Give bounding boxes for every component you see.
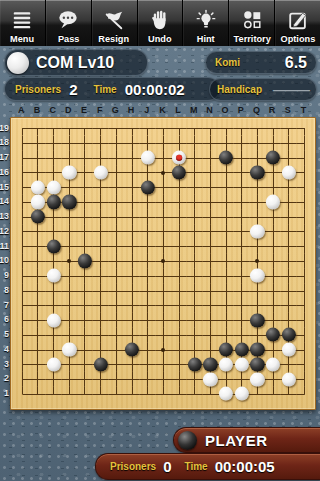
cell-R8[interactable] [265,284,281,299]
cell-C14[interactable] [46,195,62,210]
cell-M18[interactable] [187,136,203,151]
cell-E16[interactable] [77,166,93,181]
cell-B6[interactable] [30,313,46,328]
cell-H3[interactable] [124,357,140,372]
cell-K19[interactable] [156,121,172,136]
cell-E13[interactable] [77,210,93,225]
cell-K4[interactable] [156,343,172,358]
cell-O6[interactable] [218,313,234,328]
cell-H13[interactable] [124,210,140,225]
cell-B7[interactable] [30,298,46,313]
cell-L1[interactable] [171,387,187,402]
cell-A10[interactable] [15,254,31,269]
cell-N7[interactable] [203,298,219,313]
cell-O18[interactable] [218,136,234,151]
cell-T10[interactable] [297,254,313,269]
cell-O10[interactable] [218,254,234,269]
cell-B1[interactable] [30,387,46,402]
cell-G1[interactable] [109,387,125,402]
cell-A13[interactable] [15,210,31,225]
cell-K16[interactable] [156,166,172,181]
cell-C1[interactable] [46,387,62,402]
cell-H12[interactable] [124,225,140,240]
cell-A11[interactable] [15,239,31,254]
cell-D9[interactable] [62,269,78,284]
cell-G6[interactable] [109,313,125,328]
cell-S6[interactable] [281,313,297,328]
cell-F4[interactable] [93,343,109,358]
hint-button[interactable]: Hint [183,0,229,46]
cell-B16[interactable] [30,166,46,181]
cell-F13[interactable] [93,210,109,225]
cell-J15[interactable] [140,180,156,195]
cell-P10[interactable] [234,254,250,269]
cell-A18[interactable] [15,136,31,151]
cell-O17[interactable] [218,151,234,166]
cell-A6[interactable] [15,313,31,328]
cell-E5[interactable] [77,328,93,343]
cell-C19[interactable] [46,121,62,136]
cell-F17[interactable] [93,151,109,166]
cell-P8[interactable] [234,284,250,299]
cell-C10[interactable] [46,254,62,269]
cell-C3[interactable] [46,357,62,372]
cell-C5[interactable] [46,328,62,343]
cell-J4[interactable] [140,343,156,358]
cell-G15[interactable] [109,180,125,195]
cell-N19[interactable] [203,121,219,136]
cell-O3[interactable] [218,357,234,372]
cell-R3[interactable] [265,357,281,372]
cell-J3[interactable] [140,357,156,372]
cell-K5[interactable] [156,328,172,343]
cell-M2[interactable] [187,372,203,387]
cell-H15[interactable] [124,180,140,195]
cell-E14[interactable] [77,195,93,210]
cell-D13[interactable] [62,210,78,225]
cell-M5[interactable] [187,328,203,343]
cell-Q12[interactable] [250,225,266,240]
cell-M12[interactable] [187,225,203,240]
cell-D16[interactable] [62,166,78,181]
cell-J10[interactable] [140,254,156,269]
cell-M11[interactable] [187,239,203,254]
cell-N11[interactable] [203,239,219,254]
cell-N10[interactable] [203,254,219,269]
cell-D17[interactable] [62,151,78,166]
cell-G19[interactable] [109,121,125,136]
cell-O2[interactable] [218,372,234,387]
cell-B11[interactable] [30,239,46,254]
cell-C4[interactable] [46,343,62,358]
cell-E10[interactable] [77,254,93,269]
cell-Q9[interactable] [250,269,266,284]
cell-P1[interactable] [234,387,250,402]
cell-N2[interactable] [203,372,219,387]
cell-G13[interactable] [109,210,125,225]
cell-S17[interactable] [281,151,297,166]
cell-N9[interactable] [203,269,219,284]
cell-C7[interactable] [46,298,62,313]
cell-K7[interactable] [156,298,172,313]
cell-R7[interactable] [265,298,281,313]
cell-L7[interactable] [171,298,187,313]
cell-B18[interactable] [30,136,46,151]
cell-G10[interactable] [109,254,125,269]
cell-S13[interactable] [281,210,297,225]
cell-G9[interactable] [109,269,125,284]
cell-S7[interactable] [281,298,297,313]
cell-F10[interactable] [93,254,109,269]
cell-Q3[interactable] [250,357,266,372]
cell-D3[interactable] [62,357,78,372]
cell-J6[interactable] [140,313,156,328]
cell-A14[interactable] [15,195,31,210]
cell-Q19[interactable] [250,121,266,136]
cell-S12[interactable] [281,225,297,240]
cell-D11[interactable] [62,239,78,254]
cell-F19[interactable] [93,121,109,136]
cell-B3[interactable] [30,357,46,372]
cell-R2[interactable] [265,372,281,387]
cell-C17[interactable] [46,151,62,166]
cell-M19[interactable] [187,121,203,136]
cell-A3[interactable] [15,357,31,372]
cell-C16[interactable] [46,166,62,181]
cell-C18[interactable] [46,136,62,151]
cell-R17[interactable] [265,151,281,166]
cell-P6[interactable] [234,313,250,328]
cell-H14[interactable] [124,195,140,210]
cell-R13[interactable] [265,210,281,225]
cell-E7[interactable] [77,298,93,313]
cell-R5[interactable] [265,328,281,343]
cell-T9[interactable] [297,269,313,284]
cell-N5[interactable] [203,328,219,343]
cell-J9[interactable] [140,269,156,284]
undo-button[interactable]: Undo [138,0,184,46]
cell-L5[interactable] [171,328,187,343]
cell-S1[interactable] [281,387,297,402]
cell-S15[interactable] [281,180,297,195]
cell-M16[interactable] [187,166,203,181]
cell-R19[interactable] [265,121,281,136]
cell-T12[interactable] [297,225,313,240]
cell-R9[interactable] [265,269,281,284]
cell-R10[interactable] [265,254,281,269]
cell-T7[interactable] [297,298,313,313]
cell-S10[interactable] [281,254,297,269]
cell-M17[interactable] [187,151,203,166]
cell-A16[interactable] [15,166,31,181]
territory-button[interactable]: Territory [229,0,275,46]
cell-F14[interactable] [93,195,109,210]
cell-M4[interactable] [187,343,203,358]
cell-T15[interactable] [297,180,313,195]
cell-D10[interactable] [62,254,78,269]
cell-P19[interactable] [234,121,250,136]
cell-L12[interactable] [171,225,187,240]
cell-S8[interactable] [281,284,297,299]
cell-C2[interactable] [46,372,62,387]
cell-B10[interactable] [30,254,46,269]
cell-K1[interactable] [156,387,172,402]
cell-O1[interactable] [218,387,234,402]
cell-M1[interactable] [187,387,203,402]
cell-H1[interactable] [124,387,140,402]
cell-J16[interactable] [140,166,156,181]
cell-T18[interactable] [297,136,313,151]
cell-F16[interactable] [93,166,109,181]
pass-button[interactable]: Pass [46,0,92,46]
cell-R12[interactable] [265,225,281,240]
cell-P18[interactable] [234,136,250,151]
cell-D5[interactable] [62,328,78,343]
cell-A19[interactable] [15,121,31,136]
cell-P12[interactable] [234,225,250,240]
cell-J5[interactable] [140,328,156,343]
cell-O5[interactable] [218,328,234,343]
cell-T4[interactable] [297,343,313,358]
cell-L4[interactable] [171,343,187,358]
cell-G4[interactable] [109,343,125,358]
cell-S19[interactable] [281,121,297,136]
cell-M15[interactable] [187,180,203,195]
cell-K10[interactable] [156,254,172,269]
cell-J17[interactable] [140,151,156,166]
cell-G17[interactable] [109,151,125,166]
cell-Q5[interactable] [250,328,266,343]
cell-B17[interactable] [30,151,46,166]
cell-O19[interactable] [218,121,234,136]
cell-G18[interactable] [109,136,125,151]
cell-G16[interactable] [109,166,125,181]
options-button[interactable]: Options [275,0,320,46]
cell-R1[interactable] [265,387,281,402]
cell-N14[interactable] [203,195,219,210]
menu-button[interactable]: Menu [0,0,46,46]
cell-O9[interactable] [218,269,234,284]
cell-M13[interactable] [187,210,203,225]
cell-G8[interactable] [109,284,125,299]
cell-F7[interactable] [93,298,109,313]
cell-B8[interactable] [30,284,46,299]
cell-C13[interactable] [46,210,62,225]
cell-F9[interactable] [93,269,109,284]
cell-S4[interactable] [281,343,297,358]
cell-H4[interactable] [124,343,140,358]
cell-O4[interactable] [218,343,234,358]
cell-Q15[interactable] [250,180,266,195]
cell-T17[interactable] [297,151,313,166]
cell-R16[interactable] [265,166,281,181]
cell-P11[interactable] [234,239,250,254]
cell-D7[interactable] [62,298,78,313]
cell-R15[interactable] [265,180,281,195]
cell-S5[interactable] [281,328,297,343]
cell-H16[interactable] [124,166,140,181]
cell-K17[interactable] [156,151,172,166]
cell-O8[interactable] [218,284,234,299]
cell-D2[interactable] [62,372,78,387]
cell-T8[interactable] [297,284,313,299]
cell-G7[interactable] [109,298,125,313]
cell-M8[interactable] [187,284,203,299]
cell-H9[interactable] [124,269,140,284]
cell-H17[interactable] [124,151,140,166]
cell-H6[interactable] [124,313,140,328]
cell-T13[interactable] [297,210,313,225]
cell-D18[interactable] [62,136,78,151]
cell-D6[interactable] [62,313,78,328]
cell-B4[interactable] [30,343,46,358]
cell-M6[interactable] [187,313,203,328]
cell-J8[interactable] [140,284,156,299]
cell-Q16[interactable] [250,166,266,181]
cell-E11[interactable] [77,239,93,254]
cell-L6[interactable] [171,313,187,328]
cell-N17[interactable] [203,151,219,166]
cell-Q4[interactable] [250,343,266,358]
cell-R6[interactable] [265,313,281,328]
cell-Q13[interactable] [250,210,266,225]
cell-K14[interactable] [156,195,172,210]
cell-T1[interactable] [297,387,313,402]
cell-N8[interactable] [203,284,219,299]
cell-B15[interactable] [30,180,46,195]
cell-P13[interactable] [234,210,250,225]
cell-E19[interactable] [77,121,93,136]
cell-N4[interactable] [203,343,219,358]
cell-Q14[interactable] [250,195,266,210]
cell-P2[interactable] [234,372,250,387]
cell-E17[interactable] [77,151,93,166]
cell-C9[interactable] [46,269,62,284]
cell-N16[interactable] [203,166,219,181]
cell-R11[interactable] [265,239,281,254]
cell-L3[interactable] [171,357,187,372]
cell-L18[interactable] [171,136,187,151]
cell-S3[interactable] [281,357,297,372]
cell-K8[interactable] [156,284,172,299]
cell-L14[interactable] [171,195,187,210]
cell-K15[interactable] [156,180,172,195]
cell-D4[interactable] [62,343,78,358]
cell-D12[interactable] [62,225,78,240]
cell-P4[interactable] [234,343,250,358]
cell-P15[interactable] [234,180,250,195]
cell-F11[interactable] [93,239,109,254]
cell-T2[interactable] [297,372,313,387]
cell-C12[interactable] [46,225,62,240]
cell-F6[interactable] [93,313,109,328]
cell-A12[interactable] [15,225,31,240]
cell-T11[interactable] [297,239,313,254]
cell-H5[interactable] [124,328,140,343]
cell-F15[interactable] [93,180,109,195]
cell-N13[interactable] [203,210,219,225]
cell-J12[interactable] [140,225,156,240]
cell-F3[interactable] [93,357,109,372]
cell-J1[interactable] [140,387,156,402]
cell-L2[interactable] [171,372,187,387]
cell-T6[interactable] [297,313,313,328]
cell-Q18[interactable] [250,136,266,151]
cell-E3[interactable] [77,357,93,372]
cell-L11[interactable] [171,239,187,254]
cell-O11[interactable] [218,239,234,254]
cell-L9[interactable] [171,269,187,284]
cell-C11[interactable] [46,239,62,254]
cell-M10[interactable] [187,254,203,269]
cell-L17[interactable] [171,151,187,166]
cell-P7[interactable] [234,298,250,313]
cell-C15[interactable] [46,180,62,195]
cell-C8[interactable] [46,284,62,299]
cell-A5[interactable] [15,328,31,343]
cell-A4[interactable] [15,343,31,358]
cell-A2[interactable] [15,372,31,387]
cell-J2[interactable] [140,372,156,387]
cell-H8[interactable] [124,284,140,299]
cell-M9[interactable] [187,269,203,284]
cell-M14[interactable] [187,195,203,210]
cell-F8[interactable] [93,284,109,299]
cell-Q10[interactable] [250,254,266,269]
cell-B13[interactable] [30,210,46,225]
cell-T16[interactable] [297,166,313,181]
cell-G14[interactable] [109,195,125,210]
cell-H11[interactable] [124,239,140,254]
cell-K12[interactable] [156,225,172,240]
cell-O13[interactable] [218,210,234,225]
cell-S11[interactable] [281,239,297,254]
cell-E4[interactable] [77,343,93,358]
cell-M3[interactable] [187,357,203,372]
cell-D14[interactable] [62,195,78,210]
cell-Q7[interactable] [250,298,266,313]
cell-E6[interactable] [77,313,93,328]
cell-P16[interactable] [234,166,250,181]
cell-A17[interactable] [15,151,31,166]
cell-F1[interactable] [93,387,109,402]
cell-N1[interactable] [203,387,219,402]
cell-B5[interactable] [30,328,46,343]
cell-E18[interactable] [77,136,93,151]
cell-T3[interactable] [297,357,313,372]
cell-G11[interactable] [109,239,125,254]
cell-F18[interactable] [93,136,109,151]
cell-N6[interactable] [203,313,219,328]
cell-K9[interactable] [156,269,172,284]
cell-K18[interactable] [156,136,172,151]
cell-D15[interactable] [62,180,78,195]
cell-E2[interactable] [77,372,93,387]
cell-A9[interactable] [15,269,31,284]
cell-L16[interactable] [171,166,187,181]
cell-H7[interactable] [124,298,140,313]
cell-B12[interactable] [30,225,46,240]
cell-Q2[interactable] [250,372,266,387]
cell-S9[interactable] [281,269,297,284]
cell-L8[interactable] [171,284,187,299]
cell-A7[interactable] [15,298,31,313]
cell-N15[interactable] [203,180,219,195]
cell-J18[interactable] [140,136,156,151]
cell-B9[interactable] [30,269,46,284]
cell-J7[interactable] [140,298,156,313]
cell-K13[interactable] [156,210,172,225]
